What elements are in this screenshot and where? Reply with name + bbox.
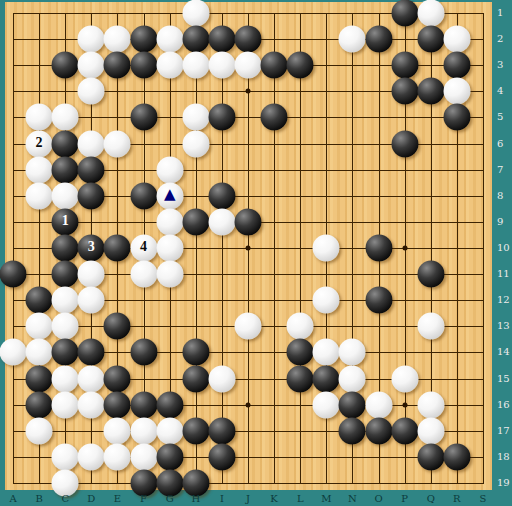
white-stone-F18 xyxy=(130,443,157,470)
column-label-O: O xyxy=(374,494,382,504)
move-number-label: 3 xyxy=(78,241,105,255)
black-stone-C3 xyxy=(52,52,79,79)
white-stone-Q1 xyxy=(417,0,444,27)
white-stone-C13 xyxy=(52,313,79,340)
white-stone-L13 xyxy=(287,313,314,340)
black-stone-I5 xyxy=(208,104,235,131)
black-stone-O17 xyxy=(365,417,392,444)
black-stone-O10 xyxy=(365,234,392,261)
white-stone-E6 xyxy=(104,130,131,157)
black-stone-I8 xyxy=(208,182,235,209)
column-label-H: H xyxy=(191,494,200,504)
white-stone-D11 xyxy=(78,261,105,288)
white-stone-I15 xyxy=(208,365,235,392)
white-stone-E18 xyxy=(104,443,131,470)
white-stone-D4 xyxy=(78,78,105,105)
black-stone-H17 xyxy=(182,417,209,444)
white-stone-C5 xyxy=(52,104,79,131)
white-stone-O16 xyxy=(365,391,392,418)
black-stone-K5 xyxy=(261,104,288,131)
black-stone-C6 xyxy=(52,130,79,157)
black-stone-E10 xyxy=(104,234,131,261)
white-stone-M16 xyxy=(313,391,340,418)
row-label-15: 15 xyxy=(497,374,510,384)
grid-vertical-line xyxy=(483,13,484,484)
black-stone-F5 xyxy=(130,104,157,131)
column-label-C: C xyxy=(61,494,69,504)
row-label-13: 13 xyxy=(497,321,510,331)
black-stone-F16 xyxy=(130,391,157,418)
white-stone-E2 xyxy=(104,26,131,53)
black-stone-K3 xyxy=(261,52,288,79)
black-stone-F2 xyxy=(130,26,157,53)
row-label-1: 1 xyxy=(497,8,503,18)
black-stone-J9 xyxy=(234,208,261,235)
star-point xyxy=(245,402,250,407)
black-stone-P4 xyxy=(391,78,418,105)
white-stone-B6: 2 xyxy=(26,130,53,157)
white-stone-F11 xyxy=(130,261,157,288)
white-stone-J3 xyxy=(234,52,261,79)
grid-vertical-line xyxy=(274,13,275,484)
move-number-label: 2 xyxy=(26,136,53,150)
black-stone-I2 xyxy=(208,26,235,53)
black-stone-H15 xyxy=(182,365,209,392)
black-stone-C9: 1 xyxy=(52,208,79,235)
row-label-16: 16 xyxy=(497,400,510,410)
triangle-mark-icon: ▲ xyxy=(156,188,183,203)
white-stone-I9 xyxy=(208,208,235,235)
go-diagram-frame: 2▲134ABCDEFGHIJKLMNOPQRS1234567891011121… xyxy=(0,0,512,506)
black-stone-M15 xyxy=(313,365,340,392)
column-label-P: P xyxy=(401,494,408,504)
column-label-G: G xyxy=(166,494,174,504)
white-stone-P15 xyxy=(391,365,418,392)
white-stone-D6 xyxy=(78,130,105,157)
black-stone-A11 xyxy=(0,261,27,288)
black-stone-P1 xyxy=(391,0,418,27)
star-point xyxy=(402,402,407,407)
black-stone-E16 xyxy=(104,391,131,418)
white-stone-N2 xyxy=(339,26,366,53)
white-stone-Q13 xyxy=(417,313,444,340)
row-label-7: 7 xyxy=(497,165,503,175)
black-stone-C14 xyxy=(52,339,79,366)
column-label-S: S xyxy=(480,494,487,504)
column-label-D: D xyxy=(87,494,95,504)
row-label-2: 2 xyxy=(497,34,503,44)
white-stone-N14 xyxy=(339,339,366,366)
white-stone-H6 xyxy=(182,130,209,157)
white-stone-C8 xyxy=(52,182,79,209)
white-stone-D18 xyxy=(78,443,105,470)
column-label-I: I xyxy=(220,494,224,504)
column-label-K: K xyxy=(270,494,277,504)
white-stone-F17 xyxy=(130,417,157,444)
black-stone-H14 xyxy=(182,339,209,366)
black-stone-Q11 xyxy=(417,261,444,288)
star-point xyxy=(245,245,250,250)
row-label-11: 11 xyxy=(497,269,510,279)
white-stone-B14 xyxy=(26,339,53,366)
white-stone-G8: ▲ xyxy=(156,182,183,209)
black-stone-L15 xyxy=(287,365,314,392)
row-label-10: 10 xyxy=(497,243,510,253)
row-label-19: 19 xyxy=(497,478,510,488)
grid-horizontal-line xyxy=(13,483,484,484)
white-stone-G17 xyxy=(156,417,183,444)
white-stone-C12 xyxy=(52,287,79,314)
black-stone-F8 xyxy=(130,182,157,209)
white-stone-H3 xyxy=(182,52,209,79)
black-stone-F3 xyxy=(130,52,157,79)
column-label-M: M xyxy=(321,494,331,504)
move-number-label: 4 xyxy=(130,241,157,255)
column-label-J: J xyxy=(246,494,250,504)
white-stone-R4 xyxy=(443,78,470,105)
white-stone-D16 xyxy=(78,391,105,418)
column-label-A: A xyxy=(9,494,16,504)
move-number-label: 1 xyxy=(52,215,79,229)
star-point xyxy=(245,89,250,94)
black-stone-H2 xyxy=(182,26,209,53)
white-stone-Q16 xyxy=(417,391,444,418)
white-stone-C15 xyxy=(52,365,79,392)
white-stone-H1 xyxy=(182,0,209,27)
row-label-9: 9 xyxy=(497,217,503,227)
black-stone-P17 xyxy=(391,417,418,444)
row-label-14: 14 xyxy=(497,347,510,357)
black-stone-Q2 xyxy=(417,26,444,53)
row-label-18: 18 xyxy=(497,452,510,462)
black-stone-C11 xyxy=(52,261,79,288)
black-stone-B12 xyxy=(26,287,53,314)
white-stone-M10 xyxy=(313,234,340,261)
grid-vertical-line xyxy=(300,13,301,484)
column-label-B: B xyxy=(35,494,42,504)
white-stone-G11 xyxy=(156,261,183,288)
white-stone-G9 xyxy=(156,208,183,235)
white-stone-J13 xyxy=(234,313,261,340)
black-stone-C7 xyxy=(52,156,79,183)
white-stone-B17 xyxy=(26,417,53,444)
white-stone-R2 xyxy=(443,26,470,53)
white-stone-M12 xyxy=(313,287,340,314)
white-stone-Q17 xyxy=(417,417,444,444)
black-stone-R18 xyxy=(443,443,470,470)
black-stone-O2 xyxy=(365,26,392,53)
row-label-17: 17 xyxy=(497,426,510,436)
black-stone-B16 xyxy=(26,391,53,418)
white-stone-G2 xyxy=(156,26,183,53)
white-stone-D12 xyxy=(78,287,105,314)
black-stone-B15 xyxy=(26,365,53,392)
column-label-R: R xyxy=(453,494,461,504)
black-stone-D10: 3 xyxy=(78,234,105,261)
black-stone-N17 xyxy=(339,417,366,444)
white-stone-C16 xyxy=(52,391,79,418)
column-label-F: F xyxy=(140,494,147,504)
black-stone-C10 xyxy=(52,234,79,261)
black-stone-O12 xyxy=(365,287,392,314)
black-stone-E15 xyxy=(104,365,131,392)
white-stone-E17 xyxy=(104,417,131,444)
black-stone-F14 xyxy=(130,339,157,366)
black-stone-G18 xyxy=(156,443,183,470)
black-stone-D7 xyxy=(78,156,105,183)
white-stone-B8 xyxy=(26,182,53,209)
row-label-3: 3 xyxy=(497,60,503,70)
star-point xyxy=(402,245,407,250)
black-stone-I17 xyxy=(208,417,235,444)
black-stone-I18 xyxy=(208,443,235,470)
black-stone-D8 xyxy=(78,182,105,209)
white-stone-G10 xyxy=(156,234,183,261)
white-stone-A14 xyxy=(0,339,27,366)
black-stone-R5 xyxy=(443,104,470,131)
row-label-6: 6 xyxy=(497,139,503,149)
row-label-4: 4 xyxy=(497,86,503,96)
white-stone-M14 xyxy=(313,339,340,366)
white-stone-D3 xyxy=(78,52,105,79)
column-label-E: E xyxy=(114,494,121,504)
black-stone-R3 xyxy=(443,52,470,79)
white-stone-N15 xyxy=(339,365,366,392)
black-stone-J2 xyxy=(234,26,261,53)
black-stone-Q18 xyxy=(417,443,444,470)
column-label-Q: Q xyxy=(427,494,435,504)
black-stone-H9 xyxy=(182,208,209,235)
white-stone-C18 xyxy=(52,443,79,470)
white-stone-B13 xyxy=(26,313,53,340)
white-stone-G3 xyxy=(156,52,183,79)
black-stone-D14 xyxy=(78,339,105,366)
white-stone-B5 xyxy=(26,104,53,131)
white-stone-I3 xyxy=(208,52,235,79)
row-label-5: 5 xyxy=(497,112,503,122)
white-stone-G7 xyxy=(156,156,183,183)
black-stone-G16 xyxy=(156,391,183,418)
white-stone-B7 xyxy=(26,156,53,183)
black-stone-P6 xyxy=(391,130,418,157)
row-label-8: 8 xyxy=(497,191,503,201)
black-stone-L14 xyxy=(287,339,314,366)
black-stone-N16 xyxy=(339,391,366,418)
white-stone-F10: 4 xyxy=(130,234,157,261)
white-stone-D2 xyxy=(78,26,105,53)
white-stone-H5 xyxy=(182,104,209,131)
black-stone-E13 xyxy=(104,313,131,340)
black-stone-P3 xyxy=(391,52,418,79)
black-stone-L3 xyxy=(287,52,314,79)
column-label-N: N xyxy=(348,494,357,504)
black-stone-Q4 xyxy=(417,78,444,105)
white-stone-D15 xyxy=(78,365,105,392)
row-label-12: 12 xyxy=(497,295,510,305)
column-label-L: L xyxy=(297,494,304,504)
black-stone-E3 xyxy=(104,52,131,79)
